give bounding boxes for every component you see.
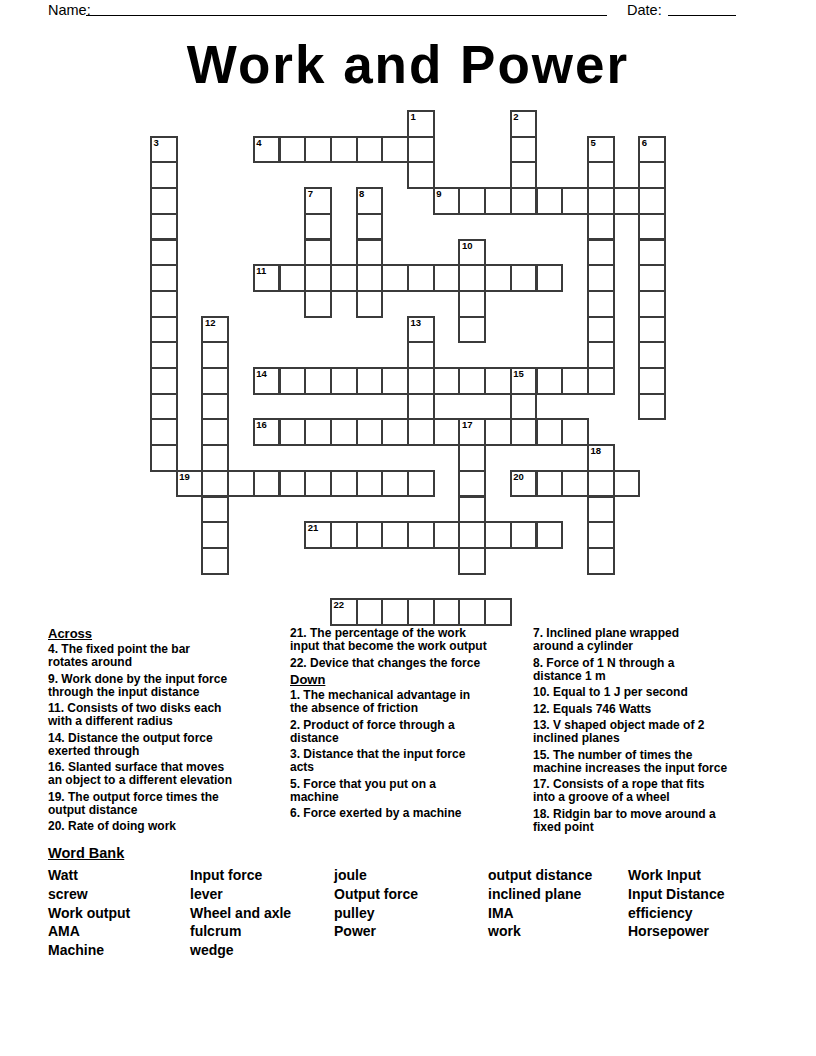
grid-cell[interactable] <box>150 161 178 189</box>
grid-cell[interactable] <box>638 264 666 292</box>
word-bank-item: work <box>488 922 628 941</box>
grid-cell[interactable]: 22 <box>330 598 358 626</box>
word-bank-column: Input forceleverWheel and axlefulcrumwed… <box>190 866 334 960</box>
grid-cell[interactable] <box>304 136 332 164</box>
grid-cell[interactable] <box>433 418 461 446</box>
cell-number: 20 <box>513 472 524 482</box>
grid-cell[interactable]: 10 <box>458 239 486 267</box>
grid-cell[interactable] <box>407 136 435 164</box>
clue-13: 13. V shaped object made of 2 inclined p… <box>533 719 773 745</box>
grid-cell[interactable] <box>330 367 358 395</box>
grid-cell[interactable] <box>381 136 409 164</box>
clue-column-across: Across4. The fixed point the bar rotates… <box>48 627 286 837</box>
grid-cell[interactable]: 14 <box>253 367 281 395</box>
grid-cell[interactable] <box>458 470 486 498</box>
grid-cell[interactable]: 16 <box>253 418 281 446</box>
clue-19: 19. The output force times the output di… <box>48 791 286 817</box>
word-bank-item: Horsepower <box>628 922 788 941</box>
grid-cell[interactable] <box>638 239 666 267</box>
grid-cell[interactable] <box>150 239 178 267</box>
name-label: Name: <box>48 2 91 18</box>
grid-cell[interactable] <box>536 367 564 395</box>
grid-cell[interactable] <box>279 418 307 446</box>
grid-cell[interactable] <box>638 367 666 395</box>
grid-cell[interactable] <box>356 367 384 395</box>
cell-number: 22 <box>333 600 344 610</box>
grid-cell[interactable] <box>150 393 178 421</box>
grid-cell[interactable] <box>356 290 384 318</box>
grid-cell[interactable] <box>638 213 666 241</box>
grid-cell[interactable] <box>638 393 666 421</box>
cell-number: 3 <box>154 138 159 148</box>
word-bank-column: WattscrewWork outputAMAMachine <box>48 866 190 960</box>
grid-cell[interactable] <box>304 264 332 292</box>
grid-cell[interactable] <box>458 547 486 575</box>
word-bank-item: lever <box>190 885 334 904</box>
clue-21: 21. The percentage of the work input tha… <box>290 627 528 653</box>
grid-cell[interactable] <box>458 187 486 215</box>
grid-cell[interactable] <box>150 316 178 344</box>
grid-cell[interactable] <box>587 341 615 369</box>
grid-cell[interactable] <box>587 496 615 524</box>
grid-cell[interactable] <box>587 316 615 344</box>
clue-11: 11. Consists of two disks each with a di… <box>48 702 286 728</box>
word-bank-item: efficiency <box>628 904 788 923</box>
grid-cell[interactable] <box>484 521 512 549</box>
word-bank-column: Work InputInput DistanceefficiencyHorsep… <box>628 866 788 941</box>
clue-18: 18. Ridgin bar to move around a fixed po… <box>533 808 773 834</box>
cell-number: 17 <box>462 420 473 430</box>
grid-cell[interactable] <box>458 444 486 472</box>
grid-cell[interactable] <box>304 470 332 498</box>
grid-cell[interactable] <box>150 290 178 318</box>
word-bank-item: Wheel and axle <box>190 904 334 923</box>
worksheet-page: Name: Date: Work and Power 1234567891011… <box>0 0 816 1056</box>
grid-cell[interactable] <box>587 239 615 267</box>
cell-number: 8 <box>359 189 364 199</box>
grid-cell[interactable] <box>638 290 666 318</box>
cell-number: 16 <box>256 420 267 430</box>
grid-cell[interactable] <box>510 393 538 421</box>
grid-cell[interactable] <box>253 470 281 498</box>
grid-cell[interactable] <box>330 470 358 498</box>
grid-cell[interactable]: 18 <box>587 444 615 472</box>
grid-cell[interactable] <box>613 470 641 498</box>
grid-cell[interactable] <box>330 136 358 164</box>
grid-cell[interactable] <box>587 470 615 498</box>
grid-cell[interactable] <box>613 187 641 215</box>
grid-cell[interactable] <box>638 316 666 344</box>
word-bank-item: wedge <box>190 941 334 960</box>
grid-cell[interactable] <box>150 264 178 292</box>
grid-cell[interactable] <box>150 213 178 241</box>
clue-4: 4. The fixed point the bar rotates aroun… <box>48 643 286 669</box>
grid-cell[interactable]: 17 <box>458 418 486 446</box>
grid-cell[interactable]: 3 <box>150 136 178 164</box>
grid-cell[interactable] <box>356 418 384 446</box>
grid-cell[interactable] <box>201 470 229 498</box>
word-bank-heading: Word Bank <box>48 845 124 862</box>
grid-cell[interactable] <box>561 470 589 498</box>
grid-cell[interactable] <box>561 418 589 446</box>
grid-cell[interactable] <box>150 367 178 395</box>
grid-cell[interactable] <box>356 521 384 549</box>
grid-cell[interactable] <box>201 496 229 524</box>
grid-cell[interactable] <box>433 367 461 395</box>
grid-cell[interactable] <box>356 598 384 626</box>
grid-cell[interactable] <box>561 187 589 215</box>
grid-cell[interactable] <box>458 290 486 318</box>
grid-cell[interactable] <box>304 418 332 446</box>
clue-7: 7. Inclined plane wrapped around a cylin… <box>533 627 773 653</box>
clue-15: 15. The number of times the machine incr… <box>533 749 773 775</box>
word-bank-item: Power <box>334 922 488 941</box>
clue-8: 8. Force of 1 N through a distance 1 m <box>533 657 773 683</box>
clue-column-down: 7. Inclined plane wrapped around a cylin… <box>533 627 773 837</box>
grid-cell[interactable] <box>407 161 435 189</box>
grid-cell[interactable]: 4 <box>253 136 281 164</box>
cell-number: 9 <box>436 189 441 199</box>
clue-22: 22. Device that changes the force <box>290 657 528 670</box>
clue-20: 20. Rate of doing work <box>48 820 286 833</box>
cell-number: 7 <box>308 189 313 199</box>
grid-cell[interactable] <box>587 521 615 549</box>
clue-16: 16. Slanted surface that moves an object… <box>48 761 286 787</box>
word-bank-columns: WattscrewWork outputAMAMachineInput forc… <box>48 866 788 960</box>
grid-cell[interactable] <box>587 290 615 318</box>
grid-cell[interactable] <box>536 521 564 549</box>
cell-number: 2 <box>513 112 518 122</box>
grid-cell[interactable] <box>356 470 384 498</box>
grid-cell[interactable] <box>510 264 538 292</box>
grid-cell[interactable] <box>638 187 666 215</box>
date-blank-line <box>668 15 736 16</box>
grid-cell[interactable] <box>484 367 512 395</box>
grid-cell[interactable]: 7 <box>304 187 332 215</box>
clue-2: 2. Product of force through a distance <box>290 719 528 745</box>
grid-cell[interactable] <box>407 521 435 549</box>
grid-cell[interactable] <box>587 367 615 395</box>
grid-cell[interactable] <box>458 264 486 292</box>
grid-cell[interactable] <box>510 187 538 215</box>
word-bank-item: screw <box>48 885 190 904</box>
grid-cell[interactable] <box>201 418 229 446</box>
grid-cell[interactable] <box>201 341 229 369</box>
word-bank-item: IMA <box>488 904 628 923</box>
grid-cell[interactable] <box>407 418 435 446</box>
word-bank-column: output distanceinclined planeIMAwork <box>488 866 628 941</box>
grid-cell[interactable] <box>356 213 384 241</box>
clue-1: 1. The mechanical advantage in the absen… <box>290 689 528 715</box>
grid-cell[interactable] <box>561 367 589 395</box>
grid-cell[interactable] <box>510 521 538 549</box>
grid-cell[interactable]: 12 <box>201 316 229 344</box>
cell-number: 15 <box>513 369 524 379</box>
grid-cell[interactable] <box>458 598 486 626</box>
grid-cell[interactable] <box>330 418 358 446</box>
grid-cell[interactable] <box>330 264 358 292</box>
grid-cell[interactable] <box>150 187 178 215</box>
clue-17: 17. Consists of a rope that fits into a … <box>533 778 773 804</box>
cell-number: 1 <box>411 112 416 122</box>
grid-cell[interactable] <box>407 393 435 421</box>
grid-cell[interactable]: 8 <box>356 187 384 215</box>
word-bank-item: Output force <box>334 885 488 904</box>
grid-cell[interactable] <box>150 341 178 369</box>
grid-cell[interactable] <box>381 367 409 395</box>
cell-number: 21 <box>308 523 319 533</box>
grid-cell[interactable] <box>587 161 615 189</box>
grid-cell[interactable] <box>279 136 307 164</box>
grid-cell[interactable]: 2 <box>510 110 538 138</box>
cell-number: 5 <box>590 138 595 148</box>
grid-cell[interactable]: 1 <box>407 110 435 138</box>
grid-cell[interactable] <box>304 239 332 267</box>
cell-number: 12 <box>205 318 216 328</box>
clue-5: 5. Force that you put on a machine <box>290 778 528 804</box>
cell-number: 11 <box>256 266 266 276</box>
down-heading: Down <box>290 673 528 687</box>
grid-cell[interactable] <box>381 264 409 292</box>
grid-cell[interactable] <box>381 598 409 626</box>
grid-cell[interactable] <box>536 264 564 292</box>
grid-cell[interactable] <box>407 470 435 498</box>
grid-cell[interactable] <box>433 521 461 549</box>
grid-cell[interactable] <box>458 367 486 395</box>
grid-cell[interactable] <box>458 521 486 549</box>
word-bank: Word Bank WattscrewWork outputAMAMachine… <box>48 844 788 960</box>
grid-cell[interactable] <box>201 393 229 421</box>
page-title: Work and Power <box>0 38 816 92</box>
name-blank-line <box>86 15 607 16</box>
clue-6: 6. Force exerted by a machine <box>290 807 528 820</box>
grid-cell[interactable] <box>510 418 538 446</box>
grid-cell[interactable] <box>381 418 409 446</box>
grid-cell[interactable] <box>201 547 229 575</box>
word-bank-item: Work Input <box>628 866 788 885</box>
cell-number: 14 <box>256 369 267 379</box>
grid-cell[interactable] <box>407 341 435 369</box>
grid-cell[interactable] <box>458 496 486 524</box>
grid-cell[interactable] <box>279 367 307 395</box>
grid-cell[interactable] <box>433 264 461 292</box>
grid-cell[interactable] <box>458 316 486 344</box>
grid-cell[interactable] <box>304 290 332 318</box>
word-bank-item: Work output <box>48 904 190 923</box>
grid-cell[interactable]: 15 <box>510 367 538 395</box>
grid-cell[interactable]: 20 <box>510 470 538 498</box>
cell-number: 6 <box>642 138 647 148</box>
grid-cell[interactable] <box>433 598 461 626</box>
word-bank-item: output distance <box>488 866 628 885</box>
grid-cell[interactable]: 6 <box>638 136 666 164</box>
grid-cell[interactable] <box>330 521 358 549</box>
grid-cell[interactable] <box>356 264 384 292</box>
clue-9: 9. Work done by the input force through … <box>48 673 286 699</box>
cell-number: 4 <box>256 138 261 148</box>
grid-cell[interactable] <box>510 161 538 189</box>
word-bank-item: AMA <box>48 922 190 941</box>
grid-cell[interactable] <box>407 367 435 395</box>
grid-cell[interactable] <box>587 213 615 241</box>
grid-cell[interactable] <box>201 367 229 395</box>
grid-cell[interactable] <box>279 264 307 292</box>
word-bank-item: fulcrum <box>190 922 334 941</box>
grid-cell[interactable] <box>587 264 615 292</box>
clue-12: 12. Equals 746 Watts <box>533 703 773 716</box>
grid-cell[interactable] <box>638 341 666 369</box>
grid-cell[interactable] <box>484 264 512 292</box>
cell-number: 18 <box>590 446 601 456</box>
grid-cell[interactable]: 13 <box>407 316 435 344</box>
word-bank-item: Watt <box>48 866 190 885</box>
word-bank-item: Input force <box>190 866 334 885</box>
cell-number: 13 <box>411 318 422 328</box>
word-bank-item: Input Distance <box>628 885 788 904</box>
grid-cell[interactable]: 11 <box>253 264 281 292</box>
grid-cell[interactable] <box>279 470 307 498</box>
grid-cell[interactable]: 19 <box>176 470 204 498</box>
grid-cell[interactable]: 5 <box>587 136 615 164</box>
clue-3: 3. Distance that the input force acts <box>290 748 528 774</box>
cell-number: 19 <box>179 472 190 482</box>
grid-cell[interactable] <box>536 470 564 498</box>
grid-cell[interactable] <box>510 136 538 164</box>
clue-10: 10. Equal to 1 J per second <box>533 686 773 699</box>
grid-cell[interactable] <box>201 521 229 549</box>
grid-cell[interactable]: 21 <box>304 521 332 549</box>
grid-cell[interactable] <box>587 187 615 215</box>
grid-cell[interactable] <box>201 444 229 472</box>
grid-cell[interactable] <box>304 213 332 241</box>
grid-cell[interactable] <box>638 161 666 189</box>
grid-cell[interactable] <box>356 239 384 267</box>
grid-cell[interactable] <box>381 470 409 498</box>
word-bank-item: pulley <box>334 904 488 923</box>
grid-cell[interactable] <box>227 470 255 498</box>
grid-cell[interactable] <box>381 521 409 549</box>
grid-cell[interactable] <box>484 418 512 446</box>
word-bank-item: Machine <box>48 941 190 960</box>
grid-cell[interactable] <box>587 547 615 575</box>
grid-cell[interactable] <box>536 418 564 446</box>
grid-cell[interactable] <box>407 598 435 626</box>
crossword-grid: 12345678910111213141516171819202122 <box>150 110 668 628</box>
grid-cell[interactable] <box>407 264 435 292</box>
grid-cell[interactable] <box>356 136 384 164</box>
grid-cell[interactable]: 9 <box>433 187 461 215</box>
grid-cell[interactable] <box>150 444 178 472</box>
clue-column-middle: 21. The percentage of the work input tha… <box>290 627 528 824</box>
word-bank-item: joule <box>334 866 488 885</box>
grid-cell[interactable] <box>536 187 564 215</box>
grid-cell[interactable] <box>484 598 512 626</box>
word-bank-column: jouleOutput forcepulleyPower <box>334 866 488 941</box>
grid-cell[interactable] <box>304 367 332 395</box>
grid-cell[interactable] <box>484 187 512 215</box>
across-heading: Across <box>48 627 286 641</box>
cell-number: 10 <box>462 241 473 251</box>
date-label: Date: <box>627 2 662 18</box>
grid-cell[interactable] <box>150 418 178 446</box>
clue-14: 14. Distance the output force exerted th… <box>48 732 286 758</box>
word-bank-item: inclined plane <box>488 885 628 904</box>
